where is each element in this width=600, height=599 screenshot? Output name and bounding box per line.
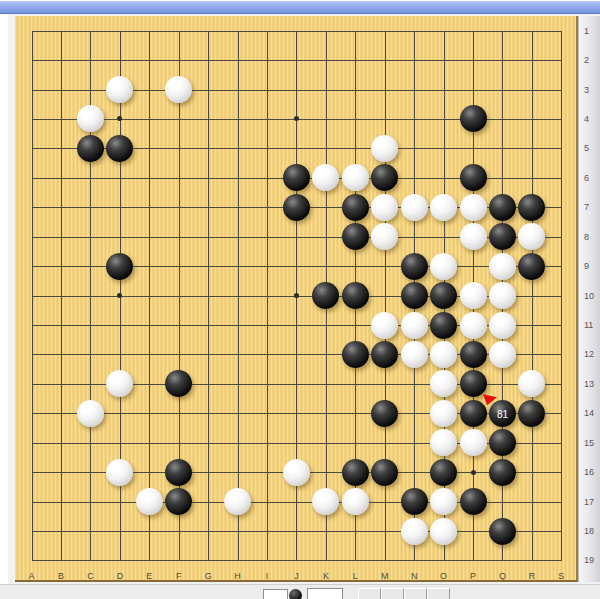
stone-black[interactable] <box>342 459 369 486</box>
stone-black[interactable] <box>430 459 457 486</box>
grid-line-horizontal <box>32 531 563 532</box>
grid-line-vertical <box>532 31 533 561</box>
column-label: Q <box>492 571 512 581</box>
stone-black[interactable] <box>460 164 487 191</box>
row-label: 16 <box>584 467 594 477</box>
stone-white[interactable] <box>106 459 133 486</box>
stone-black[interactable] <box>401 488 428 515</box>
move-number: 81 <box>489 401 516 428</box>
stone-white[interactable] <box>518 223 545 250</box>
column-label: F <box>169 571 189 581</box>
row-label: 12 <box>584 349 594 359</box>
stone-white[interactable] <box>401 312 428 339</box>
stone-white[interactable] <box>312 164 339 191</box>
window-titlebar <box>0 1 600 14</box>
stone-white[interactable] <box>460 282 487 309</box>
star-point <box>294 293 299 298</box>
stone-black[interactable] <box>401 253 428 280</box>
column-label: E <box>139 571 159 581</box>
row-label: 1 <box>584 26 589 36</box>
stone-white[interactable] <box>77 105 104 132</box>
stone-black[interactable] <box>77 135 104 162</box>
column-label: L <box>345 571 365 581</box>
star-point <box>117 116 122 121</box>
black-stone-indicator <box>289 589 302 599</box>
stone-white[interactable] <box>224 488 251 515</box>
stone-black[interactable] <box>518 194 545 221</box>
stone-black[interactable] <box>106 135 133 162</box>
stone-black[interactable] <box>489 194 516 221</box>
stone-black[interactable] <box>460 370 487 397</box>
stone-black[interactable] <box>371 164 398 191</box>
row-label: 6 <box>584 173 589 183</box>
grid-line-vertical <box>561 31 562 561</box>
row-label: 14 <box>584 408 594 418</box>
row-label: 4 <box>584 114 589 124</box>
stone-white[interactable] <box>489 282 516 309</box>
row-label: 11 <box>584 320 593 330</box>
column-label: D <box>110 571 130 581</box>
stone-white[interactable] <box>430 429 457 456</box>
stone-black[interactable] <box>371 459 398 486</box>
column-label: J <box>286 571 306 581</box>
column-label: M <box>375 571 395 581</box>
stone-white[interactable] <box>489 312 516 339</box>
row-label: 17 <box>584 497 594 507</box>
stone-white[interactable] <box>430 518 457 545</box>
row-label: 10 <box>584 291 594 301</box>
nav-button-prev[interactable] <box>381 588 404 599</box>
stone-white[interactable] <box>401 518 428 545</box>
stone-black[interactable] <box>283 194 310 221</box>
stone-white[interactable] <box>518 370 545 397</box>
row-label: 2 <box>584 55 589 65</box>
row-label: 7 <box>584 202 589 212</box>
status-field[interactable] <box>263 589 288 599</box>
row-label: 3 <box>584 85 589 95</box>
stone-white[interactable] <box>460 223 487 250</box>
stone-black[interactable] <box>283 164 310 191</box>
stone-white[interactable] <box>489 341 516 368</box>
grid-line-horizontal <box>32 560 563 561</box>
row-label: 19 <box>584 555 594 565</box>
stone-white[interactable] <box>430 370 457 397</box>
stone-white[interactable] <box>342 164 369 191</box>
column-label: R <box>522 571 542 581</box>
stone-black[interactable] <box>460 341 487 368</box>
column-label: K <box>316 571 336 581</box>
stone-black[interactable] <box>460 105 487 132</box>
stone-white[interactable] <box>136 488 163 515</box>
star-point <box>471 470 476 475</box>
stone-white[interactable] <box>460 194 487 221</box>
stone-black[interactable] <box>342 223 369 250</box>
stone-black[interactable] <box>371 341 398 368</box>
stone-black[interactable] <box>460 400 487 427</box>
stone-white[interactable] <box>489 253 516 280</box>
row-label: 13 <box>584 379 594 389</box>
nav-button-next[interactable] <box>404 588 427 599</box>
column-label: G <box>198 571 218 581</box>
column-label: A <box>22 571 42 581</box>
stone-black[interactable] <box>342 341 369 368</box>
stone-white[interactable] <box>401 194 428 221</box>
column-label: O <box>434 571 454 581</box>
column-label: C <box>80 571 100 581</box>
stone-white[interactable] <box>165 76 192 103</box>
stone-black[interactable] <box>460 488 487 515</box>
stone-black[interactable] <box>165 488 192 515</box>
stone-white[interactable] <box>342 488 369 515</box>
stone-black[interactable] <box>342 194 369 221</box>
stone-black[interactable] <box>489 459 516 486</box>
row-label: 5 <box>584 143 589 153</box>
stone-black[interactable] <box>106 253 133 280</box>
stone-white[interactable] <box>401 341 428 368</box>
column-label: I <box>257 571 277 581</box>
column-label: N <box>404 571 424 581</box>
stone-white[interactable] <box>371 194 398 221</box>
stone-white[interactable] <box>430 341 457 368</box>
stone-white[interactable] <box>371 223 398 250</box>
stone-black[interactable] <box>518 253 545 280</box>
stone-white[interactable] <box>460 429 487 456</box>
stone-black[interactable] <box>489 223 516 250</box>
goban[interactable]: ABCDEFGHIJKLMNOPQRS81 <box>15 16 578 582</box>
left-margin <box>0 14 8 584</box>
stone-white[interactable] <box>371 312 398 339</box>
stone-white[interactable] <box>77 400 104 427</box>
stone-white[interactable] <box>371 135 398 162</box>
stone-white[interactable] <box>283 459 310 486</box>
stone-white[interactable] <box>460 312 487 339</box>
nav-button-first[interactable] <box>358 588 381 599</box>
stone-black[interactable] <box>342 282 369 309</box>
row-label: 15 <box>584 438 594 448</box>
stone-black[interactable] <box>430 312 457 339</box>
stone-white[interactable] <box>430 194 457 221</box>
stone-black[interactable] <box>518 400 545 427</box>
status-bar <box>0 584 600 599</box>
stone-white[interactable] <box>106 76 133 103</box>
last-move-stone[interactable]: 81 <box>489 400 516 427</box>
row-labels: 12345678910111213141516171819 <box>578 16 600 582</box>
row-label: 18 <box>584 526 594 536</box>
stone-black[interactable] <box>489 518 516 545</box>
stone-black[interactable] <box>489 429 516 456</box>
stone-black[interactable] <box>165 459 192 486</box>
stone-black[interactable] <box>401 282 428 309</box>
stone-white[interactable] <box>430 400 457 427</box>
star-point <box>117 293 122 298</box>
column-label: H <box>228 571 248 581</box>
stone-white[interactable] <box>312 488 339 515</box>
row-label: 9 <box>584 261 589 271</box>
column-label: S <box>551 571 571 581</box>
stone-white[interactable] <box>430 488 457 515</box>
stone-black[interactable] <box>430 282 457 309</box>
stone-black[interactable] <box>165 370 192 397</box>
column-label: B <box>51 571 71 581</box>
nav-button-last[interactable] <box>427 588 450 599</box>
stone-white[interactable] <box>106 370 133 397</box>
column-label: P <box>463 571 483 581</box>
star-point <box>294 116 299 121</box>
stone-white[interactable] <box>430 253 457 280</box>
stone-black[interactable] <box>312 282 339 309</box>
status-dropdown[interactable] <box>307 588 343 599</box>
stone-black[interactable] <box>371 400 398 427</box>
row-label: 8 <box>584 232 589 242</box>
